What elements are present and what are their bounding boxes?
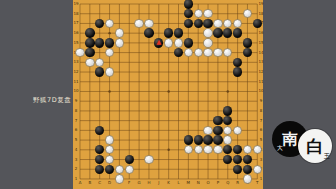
logo-black-circle-small-char: 大	[277, 144, 283, 153]
stone-black-F3	[125, 155, 134, 164]
stone-white-P14	[213, 48, 222, 57]
stone-white-E2	[115, 165, 124, 174]
coord-label-bottom-M: M	[185, 181, 191, 185]
coord-label-left-17: 17	[73, 21, 79, 25]
coord-label-left-12: 12	[73, 70, 79, 74]
stone-white-E15	[115, 38, 124, 47]
coord-label-bottom-A: A	[77, 181, 83, 185]
stone-black-M15	[184, 38, 193, 47]
coord-label-bottom-R: R	[235, 181, 241, 185]
stone-black-P5	[213, 135, 222, 144]
stone-white-E16	[115, 28, 124, 37]
stone-white-P4	[213, 145, 222, 154]
stone-black-S2	[243, 165, 252, 174]
coord-label-right-8: 8	[258, 109, 264, 113]
coord-label-right-7: 7	[258, 119, 264, 123]
stone-black-D2	[105, 165, 114, 174]
coord-label-right-19: 19	[258, 2, 264, 6]
stone-white-O14	[203, 48, 212, 57]
coord-label-left-2: 2	[73, 167, 79, 171]
coord-label-left-11: 11	[73, 80, 79, 84]
coord-label-bottom-J: J	[156, 181, 162, 185]
stone-white-O16	[203, 28, 212, 37]
stone-black-B14	[85, 48, 94, 57]
stone-white-D5	[105, 135, 114, 144]
stone-black-B15	[85, 38, 94, 47]
coord-label-right-5: 5	[258, 138, 264, 142]
coord-label-left-3: 3	[73, 158, 79, 162]
coord-label-bottom-G: G	[136, 181, 142, 185]
go-board: ABCDEFGHJKLMNOPQRST191918181717161615151…	[73, 0, 263, 189]
stone-white-E1	[115, 174, 124, 183]
logo-black-circle-char: 南	[283, 130, 298, 149]
stone-black-L16	[174, 28, 183, 37]
coord-label-left-9: 9	[73, 99, 79, 103]
stone-black-P7	[213, 116, 222, 125]
coord-label-right-16: 16	[258, 31, 264, 35]
coord-label-left-8: 8	[73, 109, 79, 113]
star-point-D16	[108, 32, 110, 34]
stone-black-R12	[233, 67, 242, 76]
coord-label-left-10: 10	[73, 89, 79, 93]
stone-white-F2	[125, 165, 134, 174]
stone-white-O18	[203, 9, 212, 18]
coord-label-left-15: 15	[73, 41, 79, 45]
stone-white-H3	[144, 155, 153, 164]
coord-label-bottom-D: D	[107, 181, 113, 185]
stone-white-D12	[105, 67, 114, 76]
coord-label-left-1: 1	[73, 177, 79, 181]
stone-white-S1	[243, 174, 252, 183]
coord-label-bottom-C: C	[97, 181, 103, 185]
coord-label-right-10: 10	[258, 89, 264, 93]
coord-label-bottom-B: B	[87, 181, 93, 185]
coord-label-right-9: 9	[258, 99, 264, 103]
stone-black-C15	[95, 38, 104, 47]
stone-black-P16	[213, 28, 222, 37]
logo-white-circle-char: 白	[307, 135, 324, 158]
coord-label-bottom-O: O	[205, 181, 211, 185]
coord-label-bottom-H: H	[146, 181, 152, 185]
coord-label-right-12: 12	[258, 70, 264, 74]
channel-logo: 南 大 白 王	[272, 119, 334, 167]
coord-label-bottom-Q: Q	[225, 181, 231, 185]
stone-black-J15	[154, 38, 163, 47]
stone-black-O5	[203, 135, 212, 144]
star-point-D10	[108, 90, 110, 92]
stone-black-M5	[184, 135, 193, 144]
stone-black-O17	[203, 19, 212, 28]
stone-white-P17	[213, 19, 222, 28]
coord-label-right-11: 11	[258, 80, 264, 84]
stone-white-A14	[75, 48, 84, 57]
stone-black-P6	[213, 126, 222, 135]
coord-label-bottom-K: K	[166, 181, 172, 185]
stone-black-D15	[105, 38, 114, 47]
stone-white-H17	[144, 19, 153, 28]
stone-white-B13	[85, 58, 94, 67]
coord-label-bottom-N: N	[195, 181, 201, 185]
video-frame: 野狐7D复盘 ABCDEFGHJKLMNOPQRST19191818171716…	[0, 0, 336, 189]
coord-label-left-7: 7	[73, 119, 79, 123]
stone-black-S15	[243, 38, 252, 47]
stone-black-R16	[233, 28, 242, 37]
coord-label-right-3: 3	[258, 158, 264, 162]
stone-black-C12	[95, 67, 104, 76]
stone-white-G17	[134, 19, 143, 28]
stone-white-T2	[253, 165, 262, 174]
stone-black-B16	[85, 28, 94, 37]
stone-black-N5	[194, 135, 203, 144]
coord-label-left-18: 18	[73, 12, 79, 16]
stone-black-N17	[194, 19, 203, 28]
caption-text: 野狐7D复盘	[33, 96, 71, 105]
stone-black-T17	[253, 19, 262, 28]
coord-label-right-6: 6	[258, 128, 264, 132]
coord-label-bottom-L: L	[176, 181, 182, 185]
star-point-K4	[167, 149, 169, 151]
coord-label-left-5: 5	[73, 138, 79, 142]
stone-black-M17	[184, 19, 193, 28]
logo-white-circle: 白 王	[298, 129, 332, 163]
logo-badge-char: 王	[324, 152, 330, 161]
stone-white-L15	[174, 38, 183, 47]
stone-black-H16	[144, 28, 153, 37]
coord-label-right-14: 14	[258, 51, 264, 55]
stone-white-O15	[203, 38, 212, 47]
coord-label-right-1: 1	[258, 177, 264, 181]
coord-label-right-13: 13	[258, 60, 264, 64]
star-point-K10	[167, 90, 169, 92]
star-point-Q10	[227, 90, 229, 92]
stone-black-K16	[164, 28, 173, 37]
coord-label-left-6: 6	[73, 128, 79, 132]
stone-black-Q8	[223, 106, 232, 115]
coord-label-bottom-F: F	[126, 181, 132, 185]
coord-label-bottom-P: P	[215, 181, 221, 185]
coord-label-left-19: 19	[73, 2, 79, 6]
coord-label-left-4: 4	[73, 148, 79, 152]
stone-white-N14	[194, 48, 203, 57]
stone-black-M19	[184, 0, 193, 9]
stone-white-O6	[203, 126, 212, 135]
coord-label-bottom-T: T	[254, 181, 260, 185]
coord-label-right-18: 18	[258, 12, 264, 16]
stone-white-K15	[164, 38, 173, 47]
coord-label-left-16: 16	[73, 31, 79, 35]
coord-label-right-15: 15	[258, 41, 264, 45]
coord-label-left-13: 13	[73, 60, 79, 64]
